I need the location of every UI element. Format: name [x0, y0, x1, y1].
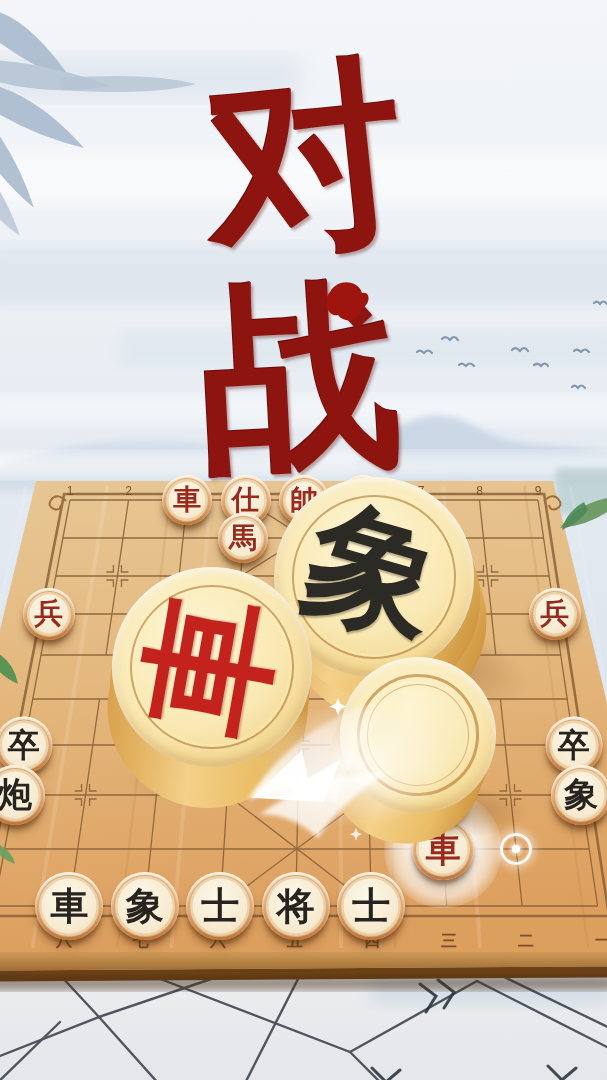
versus-splash-screen: 对 战 123456789九八七六五四三二一 車仕帥仕馬相兵兵兵車卒卒炮炮象車象…	[0, 0, 607, 1080]
leaf-decorations	[0, 0, 607, 1080]
